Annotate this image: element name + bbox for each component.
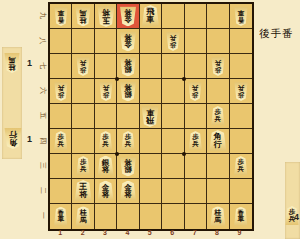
piece-kanji: 香 (238, 16, 245, 23)
board-cell-6九[interactable] (162, 4, 184, 29)
board-cell-5九[interactable]: 飛車 (140, 4, 162, 29)
board-cell-7五[interactable] (185, 104, 207, 129)
file-label-6: 6 (161, 229, 183, 236)
piece-kanji: 車 (146, 108, 154, 116)
board-cell-3七[interactable] (95, 54, 117, 79)
piece-kanji: 将 (102, 8, 110, 16)
board-cell-7七[interactable] (185, 54, 207, 79)
board-cell-3三[interactable]: 銀将 (95, 154, 117, 179)
shogi-piece-gote[interactable]: 香車 (54, 207, 68, 226)
shogi-piece-gote[interactable]: 歩兵 (76, 156, 90, 175)
hand-count: 4 (294, 212, 299, 222)
board-cell-6一[interactable] (162, 204, 184, 229)
piece-kanji: 飛 (146, 116, 154, 124)
star-point (115, 77, 119, 81)
piece-kanji: 兵 (57, 85, 64, 92)
board-cell-3九[interactable]: 玉将 (95, 4, 117, 29)
board-cell-2三[interactable]: 歩兵 (72, 154, 94, 179)
rank-label-七: 七 (31, 61, 56, 71)
file-label-5: 5 (139, 229, 161, 236)
piece-kanji: 将 (124, 59, 132, 67)
piece-kanji: 兵 (80, 166, 87, 173)
shogi-piece-gote[interactable]: 飛車 (141, 5, 159, 26)
board-cell-3二[interactable]: 金将 (95, 179, 117, 204)
star-point (115, 152, 119, 156)
board-cell-9二[interactable] (230, 179, 252, 204)
shogi-piece-gote[interactable]: 歩兵 (121, 131, 135, 150)
shogi-piece-sente[interactable]: 銀将 (120, 81, 137, 101)
board-cell-9四[interactable] (230, 129, 252, 154)
board-cell-5二[interactable] (140, 179, 162, 204)
rank-label-二: 二 (31, 186, 56, 196)
board-cell-3五[interactable] (95, 104, 117, 129)
board-cell-4七[interactable]: 銀将 (117, 54, 139, 79)
piece-kanji: 玉 (102, 16, 110, 24)
piece-kanji: 桂 (9, 63, 16, 70)
shogi-piece-gote[interactable]: 歩兵 (234, 156, 248, 175)
piece-kanji: 車 (146, 16, 154, 24)
board-cell-3一[interactable] (95, 204, 117, 229)
board-cell-8九[interactable] (207, 4, 229, 29)
board-cell-5五[interactable]: 飛車 (140, 104, 162, 129)
rank-label-四: 四 (31, 136, 56, 146)
piece-kanji: 銀 (124, 66, 132, 74)
piece-kanji: 角 (9, 139, 17, 147)
board-cell-4四[interactable]: 歩兵 (117, 129, 139, 154)
piece-kanji: 兵 (192, 85, 199, 92)
piece-kanji: 車 (238, 216, 245, 223)
file-label-9: 9 (228, 229, 250, 236)
piece-kanji: 兵 (102, 141, 109, 148)
piece-kanji: 歩 (238, 91, 245, 98)
piece-kanji: 将 (124, 159, 132, 167)
board-cell-8七[interactable]: 歩兵 (207, 54, 229, 79)
shogi-piece-gote[interactable]: 桂馬 (75, 206, 91, 226)
piece-kanji: 馬 (9, 56, 16, 63)
piece-kanji: 将 (124, 191, 132, 199)
rank-label-八: 八 (31, 36, 56, 46)
star-point (182, 152, 186, 156)
rank-label-六: 六 (31, 86, 56, 96)
piece-kanji: 歩 (192, 91, 199, 98)
piece-kanji: 歩 (215, 66, 222, 73)
board-cell-8一[interactable]: 桂馬 (207, 204, 229, 229)
hand-count: 1 (27, 134, 32, 144)
shogi-piece-sente[interactable]: 玉将 (97, 6, 115, 27)
board-cell-9六[interactable]: 歩兵 (230, 79, 252, 104)
board-cell-7四[interactable]: 歩兵 (185, 129, 207, 154)
hand-count: 1 (27, 58, 32, 68)
file-label-3: 3 (94, 229, 116, 236)
piece-kanji: 歩 (102, 91, 109, 98)
piece-kanji: 将 (102, 166, 110, 174)
board-cell-7三[interactable] (185, 154, 207, 179)
board-cell-2六[interactable] (72, 79, 94, 104)
shogi-piece-gote[interactable]: 歩兵 (211, 106, 225, 125)
board-cell-7九[interactable] (185, 4, 207, 29)
board-cell-5七[interactable] (140, 54, 162, 79)
piece-kanji: 行 (214, 141, 222, 149)
shogi-piece-sente[interactable]: 歩兵 (99, 82, 113, 101)
board-cell-2八[interactable] (72, 29, 94, 54)
piece-kanji: 兵 (215, 60, 222, 66)
shogi-piece-sente[interactable]: 金将 (120, 31, 137, 51)
shogi-piece-sente[interactable]: 歩兵 (188, 82, 202, 101)
piece-kanji: 兵 (215, 116, 222, 122)
board-cell-4六[interactable]: 銀将 (117, 79, 139, 104)
shogi-piece-sente[interactable]: 歩兵 (54, 82, 68, 101)
board-cell-8六[interactable] (207, 79, 229, 104)
shogi-piece-sente[interactable]: 銀将 (120, 156, 137, 176)
file-label-4: 4 (116, 229, 138, 236)
piece-kanji: 桂 (80, 16, 87, 23)
shogi-piece-gote[interactable]: 王将 (74, 180, 92, 201)
board-cell-2二[interactable]: 王将 (72, 179, 94, 204)
board-cell-7六[interactable]: 歩兵 (185, 79, 207, 104)
piece-kanji: 馬 (214, 216, 221, 223)
piece-kanji: 車 (57, 216, 64, 223)
turn-indicator: 後手番 (259, 27, 294, 41)
piece-kanji: 歩 (57, 91, 64, 98)
piece-kanji: 兵 (170, 35, 177, 42)
shogi-piece-gote[interactable]: 歩兵 (188, 131, 202, 150)
shogi-piece-gote[interactable]: 香車 (234, 207, 248, 226)
shogi-piece-sente[interactable]: 歩兵 (234, 82, 248, 101)
shogi-piece-sente[interactable]: 香車 (54, 7, 68, 26)
rank-label-九: 九 (31, 11, 56, 21)
board-cell-9一[interactable]: 香車 (230, 204, 252, 229)
piece-kanji: 行 (9, 131, 17, 139)
board-cell-9七[interactable] (230, 54, 252, 79)
board-cell-3八[interactable] (95, 29, 117, 54)
board-cell-7一[interactable] (185, 204, 207, 229)
piece-kanji: 兵 (57, 141, 64, 148)
piece-kanji: 歩 (80, 66, 87, 73)
star-point (182, 77, 186, 81)
shogi-piece-sente[interactable]: 歩兵 (166, 32, 180, 51)
board-cell-7八[interactable] (185, 29, 207, 54)
piece-kanji: 馬 (80, 216, 87, 223)
piece-kanji: 将 (79, 191, 87, 199)
piece-kanji: 兵 (125, 141, 132, 148)
board-cell-6八[interactable]: 歩兵 (162, 29, 184, 54)
shogi-piece-sente[interactable]: 銀将 (120, 56, 137, 76)
board-cell-2七[interactable]: 歩兵 (72, 54, 94, 79)
board-cell-6六[interactable] (162, 79, 184, 104)
board-cell-5八[interactable] (140, 29, 162, 54)
board-cell-3六[interactable]: 歩兵 (95, 79, 117, 104)
rank-label-三: 三 (31, 161, 56, 171)
shogi-board: 香車桂馬玉将金将飛車香車金将歩兵歩兵銀将歩兵歩兵歩兵銀将歩兵歩兵飛車歩兵歩兵歩兵… (48, 2, 254, 231)
file-label-7: 7 (183, 229, 205, 236)
shogi-piece-sente[interactable]: 歩兵 (76, 57, 90, 76)
board-cell-2九[interactable]: 桂馬 (72, 4, 94, 29)
shogi-piece-gote[interactable]: 桂馬 (210, 206, 226, 226)
shogi-piece-gote[interactable]: 金将 (97, 181, 114, 201)
board-cell-5三[interactable] (140, 154, 162, 179)
gote-hand-stand (285, 162, 300, 239)
piece-kanji: 兵 (238, 85, 245, 92)
shogi-piece-gote[interactable]: 角行 (209, 130, 227, 151)
shogi-piece-gote[interactable]: 歩兵 (54, 131, 68, 150)
board-cell-5一[interactable] (140, 204, 162, 229)
board-cell-4八[interactable]: 金将 (117, 29, 139, 54)
file-label-8: 8 (206, 229, 228, 236)
shogi-piece-sente[interactable]: 金将 (120, 6, 137, 26)
board-cell-8五[interactable]: 歩兵 (207, 104, 229, 129)
file-label-2: 2 (71, 229, 93, 236)
piece-kanji: 歩 (170, 41, 177, 48)
piece-kanji: 金 (124, 16, 132, 24)
piece-kanji: 兵 (102, 85, 109, 92)
shogi-piece-gote[interactable]: 歩兵 (99, 131, 113, 150)
piece-kanji: 将 (124, 9, 132, 17)
piece-kanji: 将 (124, 84, 132, 92)
board-cell-9五[interactable] (230, 104, 252, 129)
piece-kanji: 兵 (238, 166, 245, 173)
board-cell-2一[interactable]: 桂馬 (72, 204, 94, 229)
piece-kanji: 将 (102, 191, 110, 199)
board-cell-3四[interactable]: 歩兵 (95, 129, 117, 154)
board-cell-6二[interactable] (162, 179, 184, 204)
shogi-diagram: 香車桂馬玉将金将飛車香車金将歩兵歩兵銀将歩兵歩兵歩兵銀将歩兵歩兵飛車歩兵歩兵歩兵… (0, 0, 300, 239)
piece-kanji: 車 (57, 10, 64, 17)
piece-kanji: 兵 (192, 141, 199, 148)
rank-label-一: 一 (31, 211, 56, 221)
shogi-piece-sente[interactable]: 桂馬 (75, 6, 91, 26)
board-cell-5四[interactable] (140, 129, 162, 154)
piece-kanji: 兵 (80, 60, 87, 66)
board-cell-4二[interactable]: 金将 (117, 179, 139, 204)
board-cell-9九[interactable]: 香車 (230, 4, 252, 29)
board-cell-8二[interactable] (207, 179, 229, 204)
board-cell-2五[interactable] (72, 104, 94, 129)
piece-kanji: 金 (124, 41, 132, 49)
board-cell-4三[interactable]: 銀将 (117, 154, 139, 179)
board-cell-6三[interactable] (162, 154, 184, 179)
board-cell-6七[interactable] (162, 54, 184, 79)
shogi-piece-sente[interactable]: 飛車 (141, 106, 159, 127)
piece-kanji: 銀 (124, 91, 132, 99)
file-label-1: 1 (49, 229, 71, 236)
piece-kanji: 車 (238, 10, 245, 17)
shogi-piece-gote[interactable]: 銀将 (97, 156, 114, 176)
board-cell-8八[interactable] (207, 29, 229, 54)
board-cell-4五[interactable] (117, 104, 139, 129)
board-cell-4九[interactable]: 金将 (117, 4, 139, 29)
board-cell-5六[interactable] (140, 79, 162, 104)
board-cell-8三[interactable] (207, 154, 229, 179)
board-cell-6四[interactable] (162, 129, 184, 154)
shogi-piece-gote[interactable]: 金将 (120, 181, 137, 201)
piece-kanji: 銀 (124, 166, 132, 174)
shogi-piece-sente[interactable]: 香車 (234, 7, 248, 26)
shogi-piece-sente[interactable]: 歩兵 (211, 57, 225, 76)
rank-label-五: 五 (31, 111, 56, 121)
board-cell-8四[interactable]: 角行 (207, 129, 229, 154)
board-cell-4一[interactable] (117, 204, 139, 229)
board-cell-2四[interactable] (72, 129, 94, 154)
board-cell-6五[interactable] (162, 104, 184, 129)
board-cell-7二[interactable] (185, 179, 207, 204)
piece-kanji: 馬 (80, 9, 87, 16)
piece-kanji: 将 (124, 34, 132, 42)
piece-kanji: 香 (57, 16, 64, 23)
board-cell-9三[interactable]: 歩兵 (230, 154, 252, 179)
board-cell-9八[interactable] (230, 29, 252, 54)
